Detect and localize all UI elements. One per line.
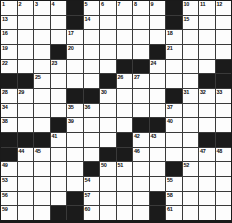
- black-cell: [1, 133, 17, 147]
- crossword-grid: 1234567891011121314151617181920212223242…: [0, 0, 232, 223]
- grid-cell[interactable]: [100, 45, 116, 59]
- grid-cell[interactable]: [51, 89, 67, 103]
- grid-cell[interactable]: 25: [34, 74, 50, 88]
- clue-number: 38: [2, 118, 8, 125]
- clue-number: 50: [101, 162, 107, 169]
- grid-cell[interactable]: [18, 118, 34, 132]
- grid-cell[interactable]: [166, 133, 182, 147]
- grid-cell[interactable]: [18, 192, 34, 206]
- clue-number: 48: [217, 148, 223, 155]
- grid-cell[interactable]: 13: [1, 16, 17, 30]
- black-cell: [166, 162, 182, 176]
- crossword-board: 1234567891011121314151617181920212223242…: [0, 0, 232, 223]
- grid-cell[interactable]: [183, 118, 199, 132]
- grid-cell[interactable]: 46: [133, 148, 149, 162]
- grid-cell[interactable]: 19: [1, 45, 17, 59]
- clue-number: 49: [2, 162, 8, 169]
- clue-number: 60: [85, 206, 91, 213]
- grid-cell[interactable]: 17: [67, 30, 83, 44]
- clue-number: 23: [52, 60, 58, 67]
- grid-cell[interactable]: [216, 104, 232, 118]
- grid-cell[interactable]: 60: [84, 206, 100, 220]
- clue-number: 9: [151, 1, 154, 8]
- clue-number: 36: [85, 104, 91, 111]
- grid-cell[interactable]: [84, 30, 100, 44]
- black-cell: [51, 45, 67, 59]
- grid-cell[interactable]: [183, 60, 199, 74]
- grid-cell[interactable]: [34, 16, 50, 30]
- black-cell: [34, 133, 50, 147]
- grid-cell[interactable]: [183, 133, 199, 147]
- grid-cell[interactable]: [67, 162, 83, 176]
- grid-cell[interactable]: [216, 16, 232, 30]
- grid-cell[interactable]: 54: [84, 177, 100, 191]
- grid-cell[interactable]: [117, 30, 133, 44]
- grid-cell[interactable]: [51, 74, 67, 88]
- grid-cell[interactable]: [34, 192, 50, 206]
- grid-cell[interactable]: 39: [67, 118, 83, 132]
- grid-cell[interactable]: [67, 133, 83, 147]
- grid-cell[interactable]: [100, 206, 116, 220]
- grid-cell[interactable]: 11: [199, 1, 215, 15]
- grid-cell[interactable]: [133, 30, 149, 44]
- grid-cell[interactable]: [133, 45, 149, 59]
- clue-number: 14: [85, 16, 91, 23]
- black-cell: [67, 1, 83, 15]
- black-cell: [100, 148, 116, 162]
- grid-cell[interactable]: 58: [166, 192, 182, 206]
- clue-number: 4: [52, 1, 55, 8]
- grid-cell[interactable]: [216, 177, 232, 191]
- grid-cell[interactable]: [117, 89, 133, 103]
- grid-cell[interactable]: [84, 148, 100, 162]
- grid-cell[interactable]: [150, 74, 166, 88]
- black-cell: [150, 45, 166, 59]
- grid-cell[interactable]: 6: [100, 1, 116, 15]
- grid-cell[interactable]: [51, 30, 67, 44]
- black-cell: [18, 133, 34, 147]
- grid-cell[interactable]: [117, 206, 133, 220]
- clue-number: 21: [167, 45, 173, 52]
- clue-number: 56: [2, 192, 8, 199]
- grid-cell[interactable]: 16: [1, 30, 17, 44]
- clue-number: 55: [167, 177, 173, 184]
- grid-cell[interactable]: 32: [199, 89, 215, 103]
- clue-number: 46: [134, 148, 140, 155]
- grid-cell[interactable]: [150, 16, 166, 30]
- clue-number: 12: [217, 1, 223, 8]
- grid-cell[interactable]: [199, 206, 215, 220]
- grid-cell[interactable]: [199, 118, 215, 132]
- grid-cell[interactable]: [84, 45, 100, 59]
- grid-cell[interactable]: [133, 192, 149, 206]
- grid-cell[interactable]: [150, 148, 166, 162]
- grid-cell[interactable]: 50: [100, 162, 116, 176]
- grid-cell[interactable]: 2: [18, 1, 34, 15]
- grid-cell[interactable]: [100, 133, 116, 147]
- grid-cell[interactable]: [18, 16, 34, 30]
- clue-number: 42: [134, 133, 140, 140]
- grid-cell[interactable]: [34, 118, 50, 132]
- clue-number: 37: [167, 104, 173, 111]
- grid-cell[interactable]: 3: [34, 1, 50, 15]
- clue-number: 41: [52, 133, 58, 140]
- black-cell: [133, 60, 149, 74]
- black-cell: [84, 162, 100, 176]
- grid-cell[interactable]: [18, 45, 34, 59]
- clue-number: 7: [118, 1, 121, 8]
- grid-cell[interactable]: [18, 177, 34, 191]
- grid-cell[interactable]: [150, 162, 166, 176]
- clue-number: 52: [184, 162, 190, 169]
- clue-number: 3: [35, 1, 38, 8]
- grid-cell[interactable]: [150, 177, 166, 191]
- grid-cell[interactable]: 47: [199, 148, 215, 162]
- grid-cell[interactable]: 57: [84, 192, 100, 206]
- clue-number: 11: [200, 1, 205, 8]
- grid-cell[interactable]: [18, 104, 34, 118]
- grid-cell[interactable]: [34, 45, 50, 59]
- grid-cell[interactable]: 42: [133, 133, 149, 147]
- clue-number: 18: [167, 30, 173, 37]
- grid-cell[interactable]: 33: [216, 89, 232, 103]
- grid-cell[interactable]: 34: [1, 104, 17, 118]
- grid-cell[interactable]: [166, 148, 182, 162]
- grid-cell[interactable]: [51, 192, 67, 206]
- grid-cell[interactable]: [51, 148, 67, 162]
- grid-cell[interactable]: 38: [1, 118, 17, 132]
- grid-cell[interactable]: 41: [51, 133, 67, 147]
- grid-cell[interactable]: [199, 30, 215, 44]
- grid-cell[interactable]: 53: [1, 177, 17, 191]
- grid-cell[interactable]: [34, 104, 50, 118]
- clue-number: 34: [2, 104, 8, 111]
- grid-cell[interactable]: 40: [166, 118, 182, 132]
- grid-cell[interactable]: [100, 192, 116, 206]
- grid-cell[interactable]: [34, 30, 50, 44]
- grid-cell[interactable]: 12: [216, 1, 232, 15]
- grid-cell[interactable]: [117, 45, 133, 59]
- grid-cell[interactable]: 51: [117, 162, 133, 176]
- grid-cell[interactable]: [183, 30, 199, 44]
- clue-number: 53: [2, 177, 8, 184]
- grid-cell[interactable]: 21: [166, 45, 182, 59]
- grid-cell[interactable]: [183, 177, 199, 191]
- clue-number: 30: [101, 89, 107, 96]
- grid-cell[interactable]: [100, 104, 116, 118]
- grid-cell[interactable]: [166, 74, 182, 88]
- clue-number: 44: [19, 148, 25, 155]
- grid-cell[interactable]: 52: [183, 162, 199, 176]
- clue-number: 25: [35, 74, 41, 81]
- grid-cell[interactable]: 4: [51, 1, 67, 15]
- black-cell: [117, 148, 133, 162]
- grid-cell[interactable]: [183, 148, 199, 162]
- grid-cell[interactable]: [100, 177, 116, 191]
- clue-number: 15: [184, 16, 190, 23]
- clue-number: 20: [68, 45, 74, 52]
- grid-cell[interactable]: 20: [67, 45, 83, 59]
- grid-cell[interactable]: [18, 60, 34, 74]
- grid-cell[interactable]: 14: [84, 16, 100, 30]
- grid-cell[interactable]: [183, 74, 199, 88]
- grid-cell[interactable]: [150, 89, 166, 103]
- clue-number: 40: [167, 118, 173, 125]
- grid-cell[interactable]: 15: [183, 16, 199, 30]
- grid-cell[interactable]: [199, 162, 215, 176]
- black-cell: [67, 192, 83, 206]
- grid-cell[interactable]: 18: [166, 30, 182, 44]
- grid-cell[interactable]: [166, 60, 182, 74]
- grid-cell[interactable]: [216, 45, 232, 59]
- grid-cell[interactable]: [18, 162, 34, 176]
- grid-cell[interactable]: [199, 16, 215, 30]
- grid-cell[interactable]: [51, 16, 67, 30]
- grid-cell[interactable]: [117, 16, 133, 30]
- grid-cell[interactable]: 1: [1, 1, 17, 15]
- grid-cell[interactable]: 35: [67, 104, 83, 118]
- clue-number: 54: [85, 177, 91, 184]
- black-cell: [166, 16, 182, 30]
- clue-number: 39: [68, 118, 74, 125]
- grid-cell[interactable]: [117, 118, 133, 132]
- grid-cell[interactable]: [199, 104, 215, 118]
- grid-cell[interactable]: [216, 206, 232, 220]
- clue-number: 31: [184, 89, 190, 96]
- clue-number: 51: [118, 162, 124, 169]
- clue-number: 61: [167, 206, 173, 213]
- grid-cell[interactable]: [216, 192, 232, 206]
- grid-cell[interactable]: 44: [18, 148, 34, 162]
- black-cell: [1, 148, 17, 162]
- black-cell: [133, 118, 149, 132]
- grid-cell[interactable]: 30: [100, 89, 116, 103]
- black-cell: [117, 133, 133, 147]
- black-cell: [18, 74, 34, 88]
- black-cell: [166, 1, 182, 15]
- clue-number: 27: [134, 74, 140, 81]
- grid-cell[interactable]: [67, 148, 83, 162]
- black-cell: [117, 60, 133, 74]
- clue-number: 17: [68, 30, 74, 37]
- clue-number: 45: [35, 148, 41, 155]
- black-cell: [199, 74, 215, 88]
- grid-cell[interactable]: [216, 30, 232, 44]
- black-cell: [216, 60, 232, 74]
- grid-cell[interactable]: [100, 16, 116, 30]
- clue-number: 26: [118, 74, 124, 81]
- grid-cell[interactable]: 9: [150, 1, 166, 15]
- grid-cell[interactable]: [51, 177, 67, 191]
- grid-cell[interactable]: [117, 177, 133, 191]
- grid-cell[interactable]: [100, 60, 116, 74]
- black-cell: [216, 74, 232, 88]
- grid-cell[interactable]: 36: [84, 104, 100, 118]
- clue-number: 24: [151, 60, 157, 67]
- black-cell: [199, 133, 215, 147]
- clue-number: 33: [217, 89, 223, 96]
- grid-cell[interactable]: 37: [166, 104, 182, 118]
- grid-cell[interactable]: 45: [34, 148, 50, 162]
- grid-cell[interactable]: 48: [216, 148, 232, 162]
- grid-cell[interactable]: [67, 177, 83, 191]
- grid-cell[interactable]: [18, 206, 34, 220]
- grid-cell[interactable]: 7: [117, 1, 133, 15]
- clue-number: 57: [85, 192, 91, 199]
- clue-number: 1: [2, 1, 5, 8]
- grid-cell[interactable]: [133, 16, 149, 30]
- clue-number: 10: [184, 1, 190, 8]
- black-cell: [166, 89, 182, 103]
- black-cell: [150, 206, 166, 220]
- grid-cell[interactable]: 31: [183, 89, 199, 103]
- grid-cell[interactable]: 8: [133, 1, 149, 15]
- clue-number: 58: [167, 192, 173, 199]
- clue-number: 28: [2, 89, 8, 96]
- grid-cell[interactable]: [216, 162, 232, 176]
- grid-cell[interactable]: 55: [166, 177, 182, 191]
- grid-cell[interactable]: [199, 60, 215, 74]
- grid-cell[interactable]: [199, 177, 215, 191]
- grid-cell[interactable]: [18, 30, 34, 44]
- grid-cell[interactable]: 10: [183, 1, 199, 15]
- grid-cell[interactable]: 26: [117, 74, 133, 88]
- black-cell: [1, 74, 17, 88]
- grid-cell[interactable]: 43: [150, 133, 166, 147]
- clue-number: 35: [68, 104, 74, 111]
- grid-cell[interactable]: 5: [84, 1, 100, 15]
- grid-cell[interactable]: [34, 89, 50, 103]
- clue-number: 19: [2, 45, 8, 52]
- grid-cell[interactable]: [133, 177, 149, 191]
- clue-number: 8: [134, 1, 137, 8]
- grid-cell[interactable]: [150, 104, 166, 118]
- black-cell: [67, 206, 83, 220]
- grid-cell[interactable]: [117, 192, 133, 206]
- black-cell: [150, 118, 166, 132]
- grid-cell[interactable]: [133, 104, 149, 118]
- grid-cell[interactable]: [100, 30, 116, 44]
- grid-cell[interactable]: 56: [1, 192, 17, 206]
- grid-cell[interactable]: 61: [166, 206, 182, 220]
- black-cell: [100, 74, 116, 88]
- clue-number: 22: [2, 60, 8, 67]
- black-cell: [67, 16, 83, 30]
- grid-cell[interactable]: [51, 162, 67, 176]
- black-cell: [84, 89, 100, 103]
- grid-cell[interactable]: 23: [51, 60, 67, 74]
- grid-cell[interactable]: 59: [1, 206, 17, 220]
- black-cell: [51, 118, 67, 132]
- clue-number: 47: [200, 148, 206, 155]
- grid-cell[interactable]: 49: [1, 162, 17, 176]
- black-cell: [216, 133, 232, 147]
- grid-cell[interactable]: 28: [1, 89, 17, 103]
- clue-number: 6: [101, 1, 104, 8]
- clue-number: 2: [19, 1, 22, 8]
- grid-cell[interactable]: [150, 30, 166, 44]
- clue-number: 13: [2, 16, 8, 23]
- grid-cell[interactable]: 29: [18, 89, 34, 103]
- grid-cell[interactable]: [34, 177, 50, 191]
- clue-number: 59: [2, 206, 8, 213]
- grid-cell[interactable]: [51, 104, 67, 118]
- grid-cell[interactable]: [183, 45, 199, 59]
- grid-cell[interactable]: [100, 118, 116, 132]
- grid-cell[interactable]: [133, 89, 149, 103]
- grid-cell[interactable]: [183, 192, 199, 206]
- clue-number: 43: [151, 133, 157, 140]
- clue-number: 16: [2, 30, 8, 37]
- grid-cell[interactable]: 24: [150, 60, 166, 74]
- black-cell: [51, 206, 67, 220]
- grid-cell[interactable]: [34, 162, 50, 176]
- grid-cell[interactable]: [117, 104, 133, 118]
- grid-cell[interactable]: [183, 206, 199, 220]
- grid-cell[interactable]: [84, 133, 100, 147]
- grid-cell[interactable]: 27: [133, 74, 149, 88]
- grid-cell[interactable]: 22: [1, 60, 17, 74]
- grid-cell[interactable]: [133, 206, 149, 220]
- black-cell: [67, 89, 83, 103]
- grid-cell[interactable]: [67, 60, 83, 74]
- clue-number: 32: [200, 89, 206, 96]
- grid-cell[interactable]: [34, 206, 50, 220]
- grid-cell[interactable]: [133, 162, 149, 176]
- grid-cell[interactable]: [84, 74, 100, 88]
- clue-number: 5: [85, 1, 88, 8]
- grid-cell[interactable]: [216, 118, 232, 132]
- grid-cell[interactable]: [34, 60, 50, 74]
- grid-cell[interactable]: [183, 104, 199, 118]
- grid-cell[interactable]: [84, 60, 100, 74]
- grid-cell[interactable]: [84, 118, 100, 132]
- grid-cell[interactable]: [199, 192, 215, 206]
- black-cell: [150, 192, 166, 206]
- grid-cell[interactable]: [67, 74, 83, 88]
- clue-number: 29: [19, 89, 25, 96]
- grid-cell[interactable]: [199, 45, 215, 59]
